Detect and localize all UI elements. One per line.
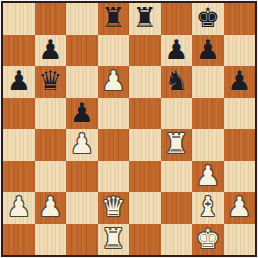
black-pawn-piece: ♟ [38,36,62,63]
square-a2[interactable]: ♟ [3,192,35,224]
square-g3[interactable]: ♟ [192,161,224,193]
square-h5[interactable] [224,98,256,130]
white-king-piece: ♚ [196,225,220,252]
black-knight-piece: ♞ [164,67,188,94]
square-c4[interactable]: ♟ [66,129,98,161]
square-d7[interactable] [98,35,130,67]
square-a4[interactable] [3,129,35,161]
square-g2[interactable]: ♝ [192,192,224,224]
square-b3[interactable] [35,161,67,193]
square-c5[interactable]: ♟ [66,98,98,130]
square-b6[interactable]: ♛ [35,66,67,98]
square-e8[interactable]: ♜ [129,3,161,35]
white-pawn-piece: ♟ [101,67,125,94]
square-h2[interactable]: ♟ [224,192,256,224]
square-a6[interactable]: ♟ [3,66,35,98]
square-f1[interactable] [161,224,193,256]
square-d1[interactable]: ♜ [98,224,130,256]
square-d3[interactable] [98,161,130,193]
square-b7[interactable]: ♟ [35,35,67,67]
square-e4[interactable] [129,129,161,161]
square-a3[interactable] [3,161,35,193]
white-rook-piece: ♜ [101,225,125,252]
square-e7[interactable] [129,35,161,67]
square-h8[interactable] [224,3,256,35]
square-d2[interactable]: ♛ [98,192,130,224]
square-g4[interactable] [192,129,224,161]
square-h3[interactable] [224,161,256,193]
black-pawn-piece: ♟ [70,99,94,126]
white-pawn-piece: ♟ [7,193,31,220]
square-h7[interactable] [224,35,256,67]
square-b1[interactable] [35,224,67,256]
square-b5[interactable] [35,98,67,130]
square-a1[interactable] [3,224,35,256]
square-g1[interactable]: ♚ [192,224,224,256]
black-pawn-piece: ♟ [196,36,220,63]
white-pawn-piece: ♟ [38,193,62,220]
white-pawn-piece: ♟ [227,193,251,220]
square-e5[interactable] [129,98,161,130]
square-f2[interactable] [161,192,193,224]
square-h6[interactable]: ♟ [224,66,256,98]
square-f4[interactable]: ♜ [161,129,193,161]
square-b8[interactable] [35,3,67,35]
white-pawn-piece: ♟ [70,130,94,157]
square-f6[interactable]: ♞ [161,66,193,98]
square-g6[interactable] [192,66,224,98]
square-c7[interactable] [66,35,98,67]
square-a5[interactable] [3,98,35,130]
white-rook-piece: ♜ [164,130,188,157]
black-rook-piece: ♜ [133,4,157,31]
square-c2[interactable] [66,192,98,224]
square-d8[interactable]: ♜ [98,3,130,35]
square-f3[interactable] [161,161,193,193]
chessboard-diagram: ♜♜♚♟♟♟♟♛♟♞♟♟♟♜♟♟♟♛♝♟♜♚ [0,0,258,258]
square-d5[interactable] [98,98,130,130]
square-g5[interactable] [192,98,224,130]
white-pawn-piece: ♟ [196,162,220,189]
square-e2[interactable] [129,192,161,224]
black-pawn-piece: ♟ [7,67,31,94]
square-c1[interactable] [66,224,98,256]
square-c3[interactable] [66,161,98,193]
black-king-piece: ♚ [196,4,220,31]
square-g8[interactable]: ♚ [192,3,224,35]
square-h1[interactable] [224,224,256,256]
square-d6[interactable]: ♟ [98,66,130,98]
black-pawn-piece: ♟ [227,67,251,94]
square-b2[interactable]: ♟ [35,192,67,224]
square-a8[interactable] [3,3,35,35]
square-e6[interactable] [129,66,161,98]
chess-board: ♜♜♚♟♟♟♟♛♟♞♟♟♟♜♟♟♟♛♝♟♜♚ [1,1,257,257]
square-h4[interactable] [224,129,256,161]
square-c6[interactable] [66,66,98,98]
square-g7[interactable]: ♟ [192,35,224,67]
square-e1[interactable] [129,224,161,256]
square-b4[interactable] [35,129,67,161]
square-f5[interactable] [161,98,193,130]
white-queen-piece: ♛ [101,193,125,220]
black-rook-piece: ♜ [101,4,125,31]
square-e3[interactable] [129,161,161,193]
square-d4[interactable] [98,129,130,161]
square-f7[interactable]: ♟ [161,35,193,67]
black-pawn-piece: ♟ [164,36,188,63]
square-f8[interactable] [161,3,193,35]
square-a7[interactable] [3,35,35,67]
black-queen-piece: ♛ [38,67,62,94]
white-bishop-piece: ♝ [196,193,220,220]
square-c8[interactable] [66,3,98,35]
